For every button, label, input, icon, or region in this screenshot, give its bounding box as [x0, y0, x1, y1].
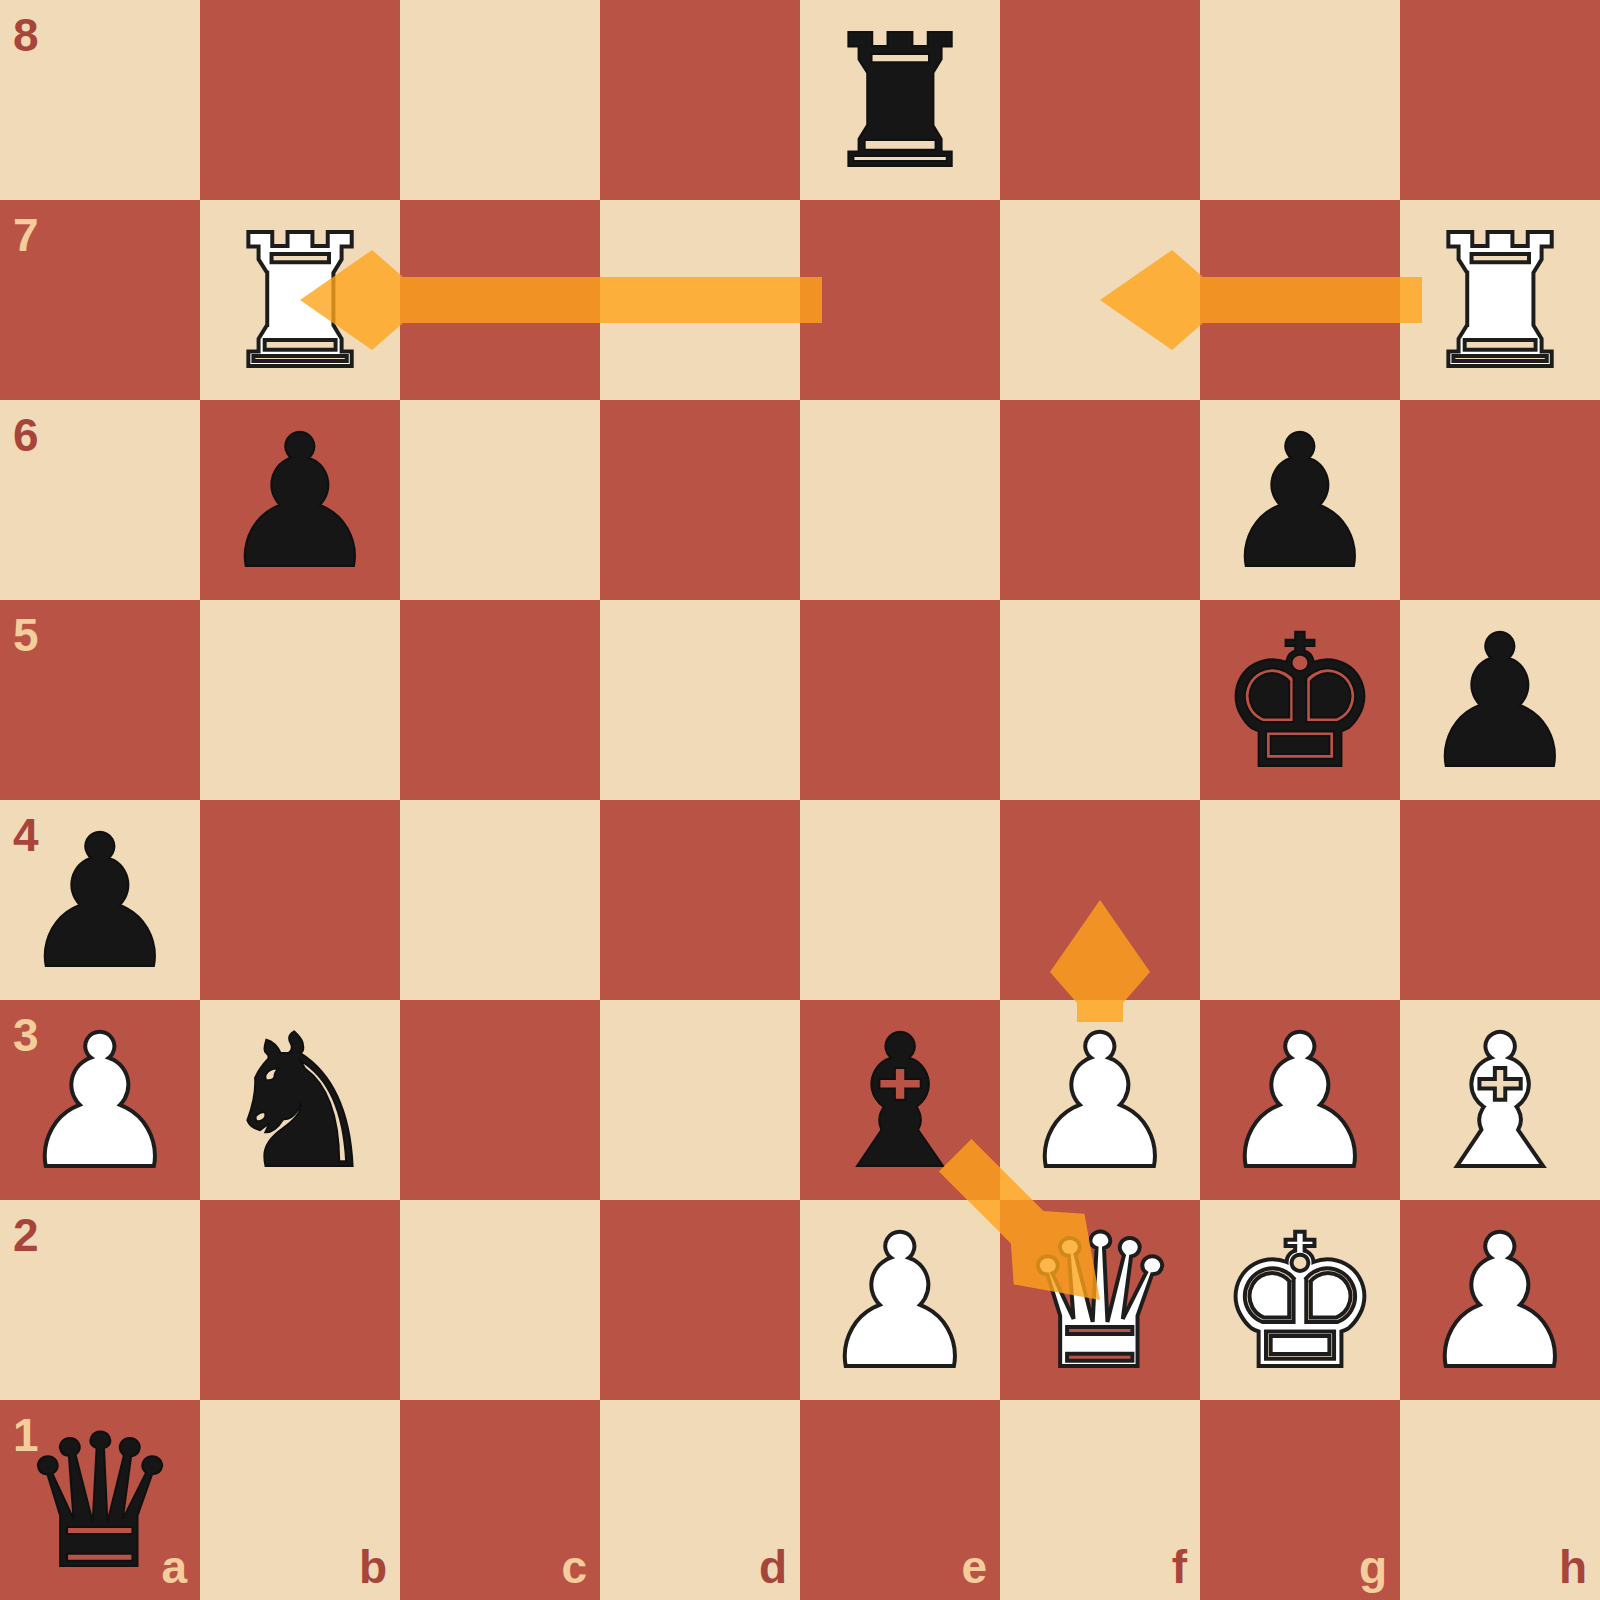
square-d6[interactable] [600, 400, 800, 600]
square-b6[interactable]: ♟ [200, 400, 400, 600]
piece-black-king-g5[interactable]: ♚ [1218, 610, 1383, 794]
piece-black-queen-a1[interactable]: ♛ [18, 1410, 183, 1594]
piece-white-king-g2[interactable]: ♚ [1218, 1210, 1383, 1394]
square-e8[interactable]: ♜ [800, 0, 1000, 200]
piece-white-bishop-h3[interactable]: ♝ [1418, 1010, 1583, 1194]
piece-white-pawn-g3[interactable]: ♟ [1218, 1010, 1383, 1194]
chess-board: ♜♜♜♟♟♚♟♟♟♞♝♟♟♝♟♛♚♟♛ 87654321abcdefgh [0, 0, 1600, 1600]
file-label-f: f [1172, 1544, 1187, 1590]
square-h5[interactable]: ♟ [1400, 600, 1600, 800]
rank-label-7: 7 [13, 212, 39, 258]
square-d2[interactable] [600, 1200, 800, 1400]
square-b3[interactable]: ♞ [200, 1000, 400, 1200]
square-d7[interactable] [600, 200, 800, 400]
piece-black-rook-e8[interactable]: ♜ [818, 10, 983, 194]
square-b7[interactable]: ♜ [200, 200, 400, 400]
square-d3[interactable] [600, 1000, 800, 1200]
square-b8[interactable] [200, 0, 400, 200]
square-g8[interactable] [1200, 0, 1400, 200]
piece-black-knight-b3[interactable]: ♞ [218, 1010, 383, 1194]
piece-white-pawn-e2[interactable]: ♟ [818, 1210, 983, 1394]
file-label-a: a [161, 1544, 187, 1590]
square-f8[interactable] [1000, 0, 1200, 200]
square-c8[interactable] [400, 0, 600, 200]
file-label-d: d [759, 1544, 787, 1590]
square-d4[interactable] [600, 800, 800, 1000]
piece-white-pawn-h2[interactable]: ♟ [1418, 1210, 1583, 1394]
piece-white-rook-h7[interactable]: ♜ [1418, 210, 1583, 394]
file-label-b: b [359, 1544, 387, 1590]
rank-label-4: 4 [13, 812, 39, 858]
piece-black-pawn-g6[interactable]: ♟ [1218, 410, 1383, 594]
square-e7[interactable] [800, 200, 1000, 400]
square-f6[interactable] [1000, 400, 1200, 600]
square-e6[interactable] [800, 400, 1000, 600]
square-h7[interactable]: ♜ [1400, 200, 1600, 400]
rank-label-3: 3 [13, 1012, 39, 1058]
square-g7[interactable] [1200, 200, 1400, 400]
square-c2[interactable] [400, 1200, 600, 1400]
square-f5[interactable] [1000, 600, 1200, 800]
square-g5[interactable]: ♚ [1200, 600, 1400, 800]
square-h6[interactable] [1400, 400, 1600, 600]
square-h4[interactable] [1400, 800, 1600, 1000]
rank-label-1: 1 [13, 1412, 39, 1458]
piece-white-rook-b7[interactable]: ♜ [218, 210, 383, 394]
rank-label-6: 6 [13, 412, 39, 458]
square-h8[interactable] [1400, 0, 1600, 200]
square-b5[interactable] [200, 600, 400, 800]
square-h3[interactable]: ♝ [1400, 1000, 1600, 1200]
square-f2[interactable]: ♛ [1000, 1200, 1200, 1400]
square-h2[interactable]: ♟ [1400, 1200, 1600, 1400]
file-label-e: e [961, 1544, 987, 1590]
square-c3[interactable] [400, 1000, 600, 1200]
square-f1[interactable] [1000, 1400, 1200, 1600]
square-e4[interactable] [800, 800, 1000, 1000]
square-c5[interactable] [400, 600, 600, 800]
piece-white-pawn-a3[interactable]: ♟ [18, 1010, 183, 1194]
square-d5[interactable] [600, 600, 800, 800]
square-d8[interactable] [600, 0, 800, 200]
piece-black-pawn-b6[interactable]: ♟ [218, 410, 383, 594]
square-b2[interactable] [200, 1200, 400, 1400]
file-label-h: h [1559, 1544, 1587, 1590]
rank-label-5: 5 [13, 612, 39, 658]
square-b4[interactable] [200, 800, 400, 1000]
square-g6[interactable]: ♟ [1200, 400, 1400, 600]
piece-black-pawn-a4[interactable]: ♟ [18, 810, 183, 994]
square-c4[interactable] [400, 800, 600, 1000]
rank-label-8: 8 [13, 12, 39, 58]
square-e2[interactable]: ♟ [800, 1200, 1000, 1400]
square-c7[interactable] [400, 200, 600, 400]
square-g3[interactable]: ♟ [1200, 1000, 1400, 1200]
square-f7[interactable] [1000, 200, 1200, 400]
board-squares: ♜♜♜♟♟♚♟♟♟♞♝♟♟♝♟♛♚♟♛ [0, 0, 1600, 1600]
file-label-c: c [561, 1544, 587, 1590]
piece-white-pawn-f3[interactable]: ♟ [1018, 1010, 1183, 1194]
piece-white-queen-f2[interactable]: ♛ [1018, 1210, 1183, 1394]
square-e3[interactable]: ♝ [800, 1000, 1000, 1200]
square-e5[interactable] [800, 600, 1000, 800]
square-c6[interactable] [400, 400, 600, 600]
square-g2[interactable]: ♚ [1200, 1200, 1400, 1400]
square-f3[interactable]: ♟ [1000, 1000, 1200, 1200]
piece-black-bishop-e3[interactable]: ♝ [818, 1010, 983, 1194]
piece-black-pawn-h5[interactable]: ♟ [1418, 610, 1583, 794]
square-g4[interactable] [1200, 800, 1400, 1000]
rank-label-2: 2 [13, 1212, 39, 1258]
file-label-g: g [1359, 1544, 1387, 1590]
square-f4[interactable] [1000, 800, 1200, 1000]
